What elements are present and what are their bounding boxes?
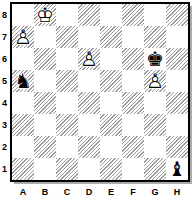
file-label-d: D <box>78 186 100 198</box>
square-g6: ♚♚ <box>144 48 166 70</box>
black-knight-a5: ♞♞ <box>12 70 34 92</box>
square-g2 <box>144 136 166 158</box>
square-c5 <box>56 70 78 92</box>
square-e3 <box>100 114 122 136</box>
square-d1 <box>78 158 100 180</box>
square-f6 <box>122 48 144 70</box>
square-g8 <box>144 4 166 26</box>
square-e6 <box>100 48 122 70</box>
square-h7 <box>166 26 188 48</box>
white-pawn-glyph: ♙ <box>12 26 34 48</box>
square-e7 <box>100 26 122 48</box>
square-d6: ♟♙ <box>78 48 100 70</box>
file-label-g: G <box>144 186 166 198</box>
file-label-e: E <box>100 186 122 198</box>
square-c6 <box>56 48 78 70</box>
square-a6 <box>12 48 34 70</box>
square-c8 <box>56 4 78 26</box>
square-c7 <box>56 26 78 48</box>
square-h8 <box>166 4 188 26</box>
square-g4 <box>144 92 166 114</box>
square-a4 <box>12 92 34 114</box>
chess-diagram: 87654321 ♚♔♟♙♟♙♚♚♞♞♟♙♝♝ ABCDEFGH <box>0 0 196 200</box>
square-d5 <box>78 70 100 92</box>
rank-labels: 87654321 <box>0 4 9 180</box>
square-d8 <box>78 4 100 26</box>
square-e1 <box>100 158 122 180</box>
square-c4 <box>56 92 78 114</box>
square-e8 <box>100 4 122 26</box>
square-c1 <box>56 158 78 180</box>
square-b1 <box>34 158 56 180</box>
square-h2 <box>166 136 188 158</box>
white-pawn-g5: ♟♙ <box>144 70 166 92</box>
white-pawn-a7: ♟♙ <box>12 26 34 48</box>
file-label-a: A <box>12 186 34 198</box>
rank-label-5: 5 <box>0 70 9 92</box>
black-knight-glyph: ♞ <box>12 70 34 92</box>
square-e5 <box>100 70 122 92</box>
square-f4 <box>122 92 144 114</box>
file-label-c: C <box>56 186 78 198</box>
square-a5: ♞♞ <box>12 70 34 92</box>
square-f1 <box>122 158 144 180</box>
rank-label-1: 1 <box>0 158 9 180</box>
square-f7 <box>122 26 144 48</box>
square-a8 <box>12 4 34 26</box>
black-bishop-glyph: ♝ <box>166 158 188 180</box>
square-b2 <box>34 136 56 158</box>
square-b3 <box>34 114 56 136</box>
square-b6 <box>34 48 56 70</box>
square-d2 <box>78 136 100 158</box>
square-c3 <box>56 114 78 136</box>
rank-label-2: 2 <box>0 136 9 158</box>
rank-label-6: 6 <box>0 48 9 70</box>
square-b8: ♚♔ <box>34 4 56 26</box>
white-king-b8: ♚♔ <box>34 4 56 26</box>
square-g1 <box>144 158 166 180</box>
rank-label-3: 3 <box>0 114 9 136</box>
white-pawn-d6: ♟♙ <box>78 48 100 70</box>
square-h1: ♝♝ <box>166 158 188 180</box>
file-labels: ABCDEFGH <box>12 186 188 198</box>
square-h3 <box>166 114 188 136</box>
square-h4 <box>166 92 188 114</box>
square-c2 <box>56 136 78 158</box>
square-b4 <box>34 92 56 114</box>
board: ♚♔♟♙♟♙♚♚♞♞♟♙♝♝ <box>10 2 190 182</box>
black-king-g6: ♚♚ <box>144 48 166 70</box>
square-f5 <box>122 70 144 92</box>
file-label-f: F <box>122 186 144 198</box>
square-a7: ♟♙ <box>12 26 34 48</box>
white-king-glyph: ♔ <box>34 4 56 26</box>
rank-label-7: 7 <box>0 26 9 48</box>
square-d4 <box>78 92 100 114</box>
square-a3 <box>12 114 34 136</box>
square-f8 <box>122 4 144 26</box>
file-label-h: H <box>166 186 188 198</box>
square-f2 <box>122 136 144 158</box>
square-h6 <box>166 48 188 70</box>
square-b5 <box>34 70 56 92</box>
square-a2 <box>12 136 34 158</box>
square-d7 <box>78 26 100 48</box>
square-d3 <box>78 114 100 136</box>
square-e2 <box>100 136 122 158</box>
file-label-b: B <box>34 186 56 198</box>
black-king-glyph: ♚ <box>144 48 166 70</box>
square-h5 <box>166 70 188 92</box>
black-bishop-h1: ♝♝ <box>166 158 188 180</box>
square-g7 <box>144 26 166 48</box>
white-pawn-glyph: ♙ <box>78 48 100 70</box>
rank-label-4: 4 <box>0 92 9 114</box>
square-b7 <box>34 26 56 48</box>
square-f3 <box>122 114 144 136</box>
square-g5: ♟♙ <box>144 70 166 92</box>
white-pawn-glyph: ♙ <box>144 70 166 92</box>
square-g3 <box>144 114 166 136</box>
rank-label-8: 8 <box>0 4 9 26</box>
square-a1 <box>12 158 34 180</box>
square-e4 <box>100 92 122 114</box>
